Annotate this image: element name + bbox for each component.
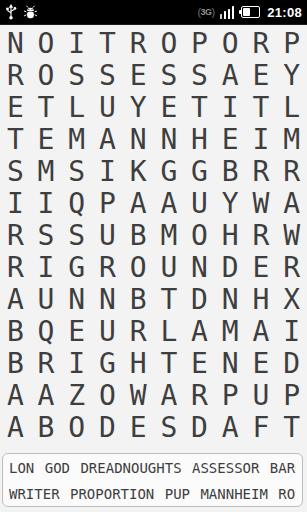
grid-cell[interactable]: O bbox=[154, 28, 185, 60]
grid-cell[interactable]: P bbox=[276, 28, 307, 60]
grid-cell[interactable]: S bbox=[61, 156, 92, 188]
grid-cell[interactable]: M bbox=[61, 124, 92, 156]
grid-cell[interactable]: P bbox=[92, 188, 123, 220]
grid-cell[interactable]: I bbox=[246, 124, 277, 156]
grid-cell[interactable]: R bbox=[0, 252, 31, 284]
grid-cell[interactable]: U bbox=[184, 188, 215, 220]
grid-cell[interactable]: D bbox=[92, 412, 123, 444]
letter-grid[interactable]: NOITROPORPROSSESSAEYETLUYETITLTEMANNHEIM… bbox=[0, 25, 307, 453]
grid-cell[interactable]: N bbox=[215, 284, 246, 316]
grid-cell[interactable]: S bbox=[0, 156, 31, 188]
grid-cell[interactable]: B bbox=[0, 348, 31, 380]
grid-cell[interactable]: I bbox=[215, 92, 246, 124]
grid-cell[interactable]: D bbox=[184, 412, 215, 444]
grid-cell[interactable]: Y bbox=[276, 60, 307, 92]
grid-cell[interactable]: O bbox=[123, 252, 154, 284]
grid-cell[interactable]: B bbox=[123, 220, 154, 252]
grid-cell[interactable]: R bbox=[123, 316, 154, 348]
status-bar: (3G) 21:08 bbox=[0, 0, 307, 25]
grid-cell[interactable]: T bbox=[154, 284, 185, 316]
grid-cell[interactable]: Y bbox=[123, 92, 154, 124]
grid-cell[interactable]: Y bbox=[215, 188, 246, 220]
grid-cell[interactable]: R bbox=[92, 252, 123, 284]
grid-cell[interactable]: E bbox=[31, 124, 62, 156]
grid-cell[interactable]: E bbox=[0, 92, 31, 124]
grid-cell[interactable]: R bbox=[31, 348, 62, 380]
grid-cell[interactable]: G bbox=[61, 252, 92, 284]
grid-cell[interactable]: T bbox=[0, 124, 31, 156]
grid-cell[interactable]: W bbox=[246, 188, 277, 220]
grid-cell[interactable]: A bbox=[31, 380, 62, 412]
grid-cell[interactable]: T bbox=[154, 348, 185, 380]
grid-cell[interactable]: A bbox=[154, 380, 185, 412]
word-search-app-screen: (3G) 21:08 NOITROPORPROSSESSAEYETLUYETIT… bbox=[0, 0, 307, 512]
grid-cell[interactable]: M bbox=[31, 156, 62, 188]
grid-cell[interactable]: S bbox=[92, 60, 123, 92]
grid-cell[interactable]: N bbox=[215, 348, 246, 380]
grid-cell[interactable]: Q bbox=[61, 188, 92, 220]
grid-cell[interactable]: O bbox=[31, 60, 62, 92]
grid-cell[interactable]: A bbox=[215, 60, 246, 92]
grid-cell[interactable]: A bbox=[92, 124, 123, 156]
grid-cell[interactable]: R bbox=[276, 252, 307, 284]
grid-cell[interactable]: O bbox=[61, 412, 92, 444]
grid-cell[interactable]: E bbox=[246, 252, 277, 284]
grid-cell[interactable]: U bbox=[92, 316, 123, 348]
grid-cell[interactable]: U bbox=[92, 220, 123, 252]
grid-cell[interactable]: N bbox=[123, 124, 154, 156]
grid-cell[interactable]: E bbox=[246, 348, 277, 380]
grid-cell[interactable]: N bbox=[0, 28, 31, 60]
usb-icon bbox=[5, 4, 17, 20]
grid-cell[interactable]: D bbox=[215, 252, 246, 284]
grid-cell[interactable]: T bbox=[276, 412, 307, 444]
grid-cell[interactable]: A bbox=[0, 412, 31, 444]
grid-cell[interactable]: K bbox=[123, 156, 154, 188]
grid-cell[interactable]: O bbox=[92, 380, 123, 412]
grid-cell[interactable]: R bbox=[184, 380, 215, 412]
grid-cell[interactable]: U bbox=[154, 252, 185, 284]
grid-cell[interactable]: Z bbox=[61, 380, 92, 412]
grid-cell[interactable]: I bbox=[31, 252, 62, 284]
network-3g-icon: (3G) bbox=[197, 7, 214, 18]
grid-cell[interactable]: L bbox=[276, 92, 307, 124]
grid-cell[interactable]: H bbox=[184, 124, 215, 156]
grid-cell[interactable]: L bbox=[61, 92, 92, 124]
grid-cell[interactable]: D bbox=[184, 284, 215, 316]
grid-cell[interactable]: B bbox=[123, 284, 154, 316]
grid-cell[interactable]: A bbox=[276, 188, 307, 220]
grid-cell[interactable]: Q bbox=[31, 316, 62, 348]
clock: 21:08 bbox=[267, 6, 302, 19]
grid-cell[interactable]: I bbox=[0, 188, 31, 220]
grid-cell[interactable]: R bbox=[246, 28, 277, 60]
grid-cell[interactable]: A bbox=[215, 412, 246, 444]
grid-cell[interactable]: F bbox=[246, 412, 277, 444]
grid-cell[interactable]: H bbox=[123, 348, 154, 380]
grid-cell[interactable]: E bbox=[123, 412, 154, 444]
grid-cell[interactable]: S bbox=[31, 220, 62, 252]
grid-cell[interactable]: G bbox=[154, 156, 185, 188]
status-bar-left bbox=[5, 4, 38, 20]
grid-cell[interactable]: S bbox=[61, 220, 92, 252]
grid-cell[interactable]: H bbox=[246, 284, 277, 316]
grid-cell[interactable]: O bbox=[31, 28, 62, 60]
grid-cell[interactable]: W bbox=[276, 220, 307, 252]
grid-cell[interactable]: A bbox=[246, 316, 277, 348]
grid-cell[interactable]: A bbox=[0, 284, 31, 316]
grid-cell[interactable]: R bbox=[123, 28, 154, 60]
grid-cell[interactable]: P bbox=[215, 380, 246, 412]
grid-cell[interactable]: N bbox=[92, 284, 123, 316]
grid-cell[interactable]: A bbox=[123, 188, 154, 220]
grid-cell[interactable]: S bbox=[184, 60, 215, 92]
grid-cell[interactable]: N bbox=[184, 252, 215, 284]
grid-cell[interactable]: I bbox=[31, 188, 62, 220]
grid-cell[interactable]: E bbox=[184, 348, 215, 380]
grid-cell[interactable]: I bbox=[61, 28, 92, 60]
grid-cell[interactable]: N bbox=[61, 284, 92, 316]
grid-cell[interactable]: B bbox=[31, 412, 62, 444]
adb-debug-icon bbox=[23, 5, 38, 20]
grid-cell[interactable]: P bbox=[276, 380, 307, 412]
grid-cell[interactable]: G bbox=[184, 156, 215, 188]
grid-cell[interactable]: D bbox=[276, 348, 307, 380]
grid-cell[interactable]: M bbox=[215, 316, 246, 348]
grid-cell[interactable]: E bbox=[123, 60, 154, 92]
grid-cell[interactable]: H bbox=[215, 220, 246, 252]
grid-cell[interactable]: B bbox=[215, 156, 246, 188]
grid-cell[interactable]: A bbox=[184, 316, 215, 348]
grid-cell[interactable]: R bbox=[0, 220, 31, 252]
grid-cell[interactable]: L bbox=[154, 316, 185, 348]
battery-icon bbox=[239, 6, 260, 18]
grid-cell[interactable]: E bbox=[215, 124, 246, 156]
grid-cell[interactable]: S bbox=[61, 60, 92, 92]
signal-strength-icon bbox=[220, 6, 235, 19]
grid-cell[interactable]: W bbox=[123, 380, 154, 412]
grid-cell[interactable]: R bbox=[246, 220, 277, 252]
grid-cell[interactable]: E bbox=[246, 60, 277, 92]
word-list-line-1: LON GOD DREADNOUGHTS ASSESSOR BARG bbox=[9, 455, 296, 481]
grid-cell[interactable]: R bbox=[276, 156, 307, 188]
grid-cell[interactable]: A bbox=[0, 380, 31, 412]
grid-cell[interactable]: A bbox=[154, 188, 185, 220]
grid-cell[interactable]: T bbox=[184, 92, 215, 124]
grid-cell[interactable]: S bbox=[154, 412, 185, 444]
grid-cell[interactable]: O bbox=[184, 220, 215, 252]
grid-cell[interactable]: E bbox=[154, 92, 185, 124]
grid-cell[interactable]: M bbox=[276, 124, 307, 156]
network-type-label: 3G bbox=[201, 8, 212, 17]
grid-cell[interactable]: E bbox=[61, 316, 92, 348]
grid-cell[interactable]: U bbox=[246, 380, 277, 412]
status-bar-right: (3G) 21:08 bbox=[197, 6, 302, 19]
grid-cell[interactable]: G bbox=[92, 348, 123, 380]
grid-cell[interactable]: N bbox=[154, 124, 185, 156]
grid-cell[interactable]: I bbox=[61, 348, 92, 380]
grid-cell[interactable]: R bbox=[246, 156, 277, 188]
grid-cell[interactable]: U bbox=[31, 284, 62, 316]
grid-cell[interactable]: I bbox=[276, 316, 307, 348]
grid-cell[interactable]: T bbox=[92, 28, 123, 60]
grid-cell[interactable]: S bbox=[154, 60, 185, 92]
grid-cell[interactable]: T bbox=[31, 92, 62, 124]
grid-cell[interactable]: M bbox=[154, 220, 185, 252]
grid-cell[interactable]: X bbox=[276, 284, 307, 316]
grid-cell[interactable]: P bbox=[184, 28, 215, 60]
grid-cell[interactable]: O bbox=[215, 28, 246, 60]
word-list-line-2: WRITER PROPORTION PUP MANNHEIM ROUN bbox=[9, 481, 296, 507]
word-list-panel[interactable]: LON GOD DREADNOUGHTS ASSESSOR BARG WRITE… bbox=[2, 453, 303, 507]
grid-cell[interactable]: T bbox=[246, 92, 277, 124]
grid-cell[interactable]: U bbox=[92, 92, 123, 124]
grid-cell[interactable]: I bbox=[92, 156, 123, 188]
grid-cell[interactable]: B bbox=[0, 316, 31, 348]
grid-cell[interactable]: R bbox=[0, 60, 31, 92]
